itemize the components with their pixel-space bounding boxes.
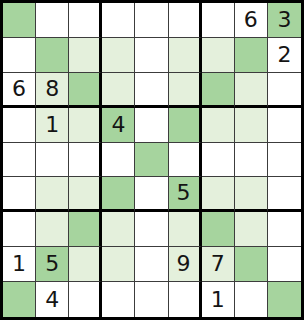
cell-r2c2[interactable] (36, 38, 69, 73)
cell-r2c4[interactable] (102, 38, 135, 73)
cell-r4c8[interactable] (235, 108, 268, 143)
cell-r7c9[interactable] (268, 212, 301, 247)
cell-r5c1[interactable] (3, 143, 36, 178)
cell-r6c6[interactable]: 5 (169, 177, 202, 212)
cell-r8c1[interactable]: 1 (3, 247, 36, 282)
cell-r9c4[interactable] (102, 282, 135, 317)
cell-r3c6[interactable] (169, 73, 202, 108)
cell-r3c8[interactable] (235, 73, 268, 108)
cell-r6c2[interactable] (36, 177, 69, 212)
cell-r5c5[interactable] (135, 143, 168, 178)
cell-r1c3[interactable] (69, 3, 102, 38)
cell-r8c3[interactable] (69, 247, 102, 282)
cell-r9c1[interactable] (3, 282, 36, 317)
cell-r5c7[interactable] (202, 143, 235, 178)
cell-r6c7[interactable] (202, 177, 235, 212)
cell-r3c2[interactable]: 8 (36, 73, 69, 108)
cell-r9c8[interactable] (235, 282, 268, 317)
cell-r6c9[interactable] (268, 177, 301, 212)
cell-r7c4[interactable] (102, 212, 135, 247)
cell-r2c8[interactable] (235, 38, 268, 73)
cell-r4c6[interactable] (169, 108, 202, 143)
cell-r1c9[interactable]: 3 (268, 3, 301, 38)
cell-r3c7[interactable] (202, 73, 235, 108)
cell-r8c6[interactable]: 9 (169, 247, 202, 282)
cell-r9c6[interactable] (169, 282, 202, 317)
cell-r2c5[interactable] (135, 38, 168, 73)
cell-r4c5[interactable] (135, 108, 168, 143)
cell-r8c5[interactable] (135, 247, 168, 282)
cell-r7c5[interactable] (135, 212, 168, 247)
cell-r5c8[interactable] (235, 143, 268, 178)
cell-r6c4[interactable] (102, 177, 135, 212)
cell-r7c7[interactable] (202, 212, 235, 247)
cell-r9c5[interactable] (135, 282, 168, 317)
cell-r2c6[interactable] (169, 38, 202, 73)
cell-r7c2[interactable] (36, 212, 69, 247)
cell-r2c9[interactable]: 2 (268, 38, 301, 73)
cell-r5c4[interactable] (102, 143, 135, 178)
cell-r1c6[interactable] (169, 3, 202, 38)
cell-r2c7[interactable] (202, 38, 235, 73)
cell-r7c1[interactable] (3, 212, 36, 247)
cell-r6c5[interactable] (135, 177, 168, 212)
sudoku-board: 63268145159741 (0, 0, 304, 320)
cell-r2c1[interactable] (3, 38, 36, 73)
cell-r6c8[interactable] (235, 177, 268, 212)
cell-r1c8[interactable]: 6 (235, 3, 268, 38)
cell-r5c3[interactable] (69, 143, 102, 178)
cell-r1c1[interactable] (3, 3, 36, 38)
cell-r2c3[interactable] (69, 38, 102, 73)
cell-r6c3[interactable] (69, 177, 102, 212)
cell-r5c9[interactable] (268, 143, 301, 178)
cell-r7c6[interactable] (169, 212, 202, 247)
cell-r3c5[interactable] (135, 73, 168, 108)
cell-r4c1[interactable] (3, 108, 36, 143)
cell-r4c7[interactable] (202, 108, 235, 143)
cell-r3c4[interactable] (102, 73, 135, 108)
cell-r4c2[interactable]: 1 (36, 108, 69, 143)
cell-r3c9[interactable] (268, 73, 301, 108)
cell-r4c3[interactable] (69, 108, 102, 143)
cell-r7c8[interactable] (235, 212, 268, 247)
cell-r9c3[interactable] (69, 282, 102, 317)
cell-r3c1[interactable]: 6 (3, 73, 36, 108)
cell-r1c7[interactable] (202, 3, 235, 38)
cell-r4c4[interactable]: 4 (102, 108, 135, 143)
cell-r4c9[interactable] (268, 108, 301, 143)
cell-r7c3[interactable] (69, 212, 102, 247)
cell-r5c6[interactable] (169, 143, 202, 178)
cell-r9c7[interactable]: 1 (202, 282, 235, 317)
cell-r8c4[interactable] (102, 247, 135, 282)
cell-r8c7[interactable]: 7 (202, 247, 235, 282)
cell-r8c9[interactable] (268, 247, 301, 282)
cell-r9c9[interactable] (268, 282, 301, 317)
cell-r1c5[interactable] (135, 3, 168, 38)
cell-r1c2[interactable] (36, 3, 69, 38)
cell-r1c4[interactable] (102, 3, 135, 38)
cell-r6c1[interactable] (3, 177, 36, 212)
cell-r8c8[interactable] (235, 247, 268, 282)
cell-r3c3[interactable] (69, 73, 102, 108)
cell-r9c2[interactable]: 4 (36, 282, 69, 317)
cell-r5c2[interactable] (36, 143, 69, 178)
cell-r8c2[interactable]: 5 (36, 247, 69, 282)
